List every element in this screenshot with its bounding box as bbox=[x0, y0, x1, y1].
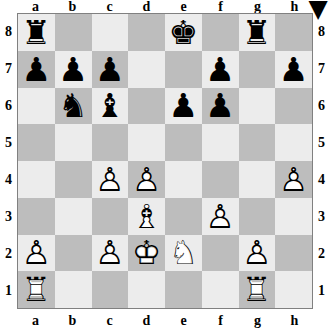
rank-label-left-4: 4 bbox=[0, 161, 17, 198]
black-pawn: ♟ bbox=[18, 51, 55, 88]
piece-outline: ♙ bbox=[239, 235, 276, 272]
square-e2[interactable]: ♞♘ bbox=[165, 235, 202, 272]
piece-outline: ♙ bbox=[18, 235, 55, 272]
piece-outline: ♙ bbox=[92, 235, 129, 272]
file-label-top-d: d bbox=[128, 0, 165, 13]
square-b2[interactable] bbox=[55, 235, 92, 272]
black-pawn: ♟ bbox=[202, 51, 239, 88]
square-g8[interactable]: ♜ bbox=[239, 14, 276, 51]
square-c4[interactable]: ♟♙ bbox=[92, 161, 129, 198]
piece-outline: ♖ bbox=[18, 271, 55, 308]
file-label-bottom-c: c bbox=[91, 310, 128, 330]
white-king: ♚♔ bbox=[128, 235, 165, 272]
file-label-top-e: e bbox=[165, 0, 202, 13]
file-label-bottom-a: a bbox=[17, 310, 54, 330]
file-label-top-b: b bbox=[54, 0, 91, 13]
file-label-bottom-b: b bbox=[54, 310, 91, 330]
piece-glyph: ♚ bbox=[165, 14, 202, 51]
square-b4[interactable] bbox=[55, 161, 92, 198]
square-e1[interactable] bbox=[165, 271, 202, 308]
rank-label-left-8: 8 bbox=[0, 13, 17, 50]
white-pawn: ♟♙ bbox=[275, 161, 312, 198]
square-d7[interactable] bbox=[128, 51, 165, 88]
square-g6[interactable] bbox=[239, 88, 276, 125]
square-h4[interactable]: ♟♙ bbox=[275, 161, 312, 198]
piece-outline: ♔ bbox=[128, 235, 165, 272]
rank-label-left-6: 6 bbox=[0, 87, 17, 124]
piece-glyph: ♟ bbox=[92, 51, 129, 88]
square-c8[interactable] bbox=[92, 14, 129, 51]
square-h1[interactable] bbox=[275, 271, 312, 308]
square-c1[interactable] bbox=[92, 271, 129, 308]
file-label-bottom-e: e bbox=[165, 310, 202, 330]
square-e3[interactable] bbox=[165, 198, 202, 235]
square-f7[interactable]: ♟ bbox=[202, 51, 239, 88]
square-d4[interactable]: ♟♙ bbox=[128, 161, 165, 198]
square-a6[interactable] bbox=[18, 88, 55, 125]
piece-outline: ♗ bbox=[128, 198, 165, 235]
square-h7[interactable]: ♟ bbox=[275, 51, 312, 88]
square-g3[interactable] bbox=[239, 198, 276, 235]
square-f3[interactable]: ♟♙ bbox=[202, 198, 239, 235]
file-label-top-c: c bbox=[91, 0, 128, 13]
square-a1[interactable]: ♜♖ bbox=[18, 271, 55, 308]
black-rook: ♜ bbox=[239, 14, 276, 51]
rank-label-left-7: 7 bbox=[0, 50, 17, 87]
square-g7[interactable] bbox=[239, 51, 276, 88]
rank-labels-right: 87654321 bbox=[313, 13, 330, 309]
black-pawn: ♟ bbox=[165, 88, 202, 125]
piece-outline: ♘ bbox=[165, 235, 202, 272]
square-e8[interactable]: ♚ bbox=[165, 14, 202, 51]
square-f8[interactable] bbox=[202, 14, 239, 51]
file-label-bottom-h: h bbox=[276, 310, 313, 330]
file-label-top-g: g bbox=[239, 0, 276, 13]
piece-glyph: ♜ bbox=[239, 14, 276, 51]
chess-board: ♜♚♜♟♟♟♟♟♞♝♟♟♟♙♟♙♟♙♝♗♟♙♟♙♟♙♚♔♞♘♟♙♜♖♜♖ bbox=[17, 13, 313, 309]
rank-label-right-7: 7 bbox=[313, 50, 330, 87]
square-g2[interactable]: ♟♙ bbox=[239, 235, 276, 272]
white-pawn: ♟♙ bbox=[239, 235, 276, 272]
square-g5[interactable] bbox=[239, 124, 276, 161]
rank-label-right-5: 5 bbox=[313, 124, 330, 161]
black-pawn: ♟ bbox=[92, 51, 129, 88]
rank-label-left-1: 1 bbox=[0, 272, 17, 309]
file-label-bottom-g: g bbox=[239, 310, 276, 330]
square-f6[interactable]: ♟ bbox=[202, 88, 239, 125]
piece-outline: ♙ bbox=[275, 161, 312, 198]
white-bishop: ♝♗ bbox=[128, 198, 165, 235]
square-d3[interactable]: ♝♗ bbox=[128, 198, 165, 235]
white-pawn: ♟♙ bbox=[128, 161, 165, 198]
white-pawn: ♟♙ bbox=[92, 161, 129, 198]
square-e5[interactable] bbox=[165, 124, 202, 161]
square-a4[interactable] bbox=[18, 161, 55, 198]
black-bishop: ♝ bbox=[92, 88, 129, 125]
piece-glyph: ♟ bbox=[18, 51, 55, 88]
rank-label-left-2: 2 bbox=[0, 235, 17, 272]
rank-label-right-1: 1 bbox=[313, 272, 330, 309]
rank-label-left-5: 5 bbox=[0, 124, 17, 161]
square-c2[interactable]: ♟♙ bbox=[92, 235, 129, 272]
file-labels-bottom: abcdefgh bbox=[17, 310, 313, 330]
square-c7[interactable]: ♟ bbox=[92, 51, 129, 88]
square-f1[interactable] bbox=[202, 271, 239, 308]
black-pawn: ♟ bbox=[202, 88, 239, 125]
piece-outline: ♙ bbox=[202, 198, 239, 235]
rank-label-right-6: 6 bbox=[313, 87, 330, 124]
black-to-move-icon: ▼ bbox=[306, 0, 330, 21]
square-a3[interactable] bbox=[18, 198, 55, 235]
square-f5[interactable] bbox=[202, 124, 239, 161]
piece-glyph: ♟ bbox=[275, 51, 312, 88]
square-f2[interactable] bbox=[202, 235, 239, 272]
square-e6[interactable]: ♟ bbox=[165, 88, 202, 125]
rank-label-right-4: 4 bbox=[313, 161, 330, 198]
square-b3[interactable] bbox=[55, 198, 92, 235]
square-a7[interactable]: ♟ bbox=[18, 51, 55, 88]
square-g1[interactable]: ♜♖ bbox=[239, 271, 276, 308]
square-c6[interactable]: ♝ bbox=[92, 88, 129, 125]
square-d6[interactable] bbox=[128, 88, 165, 125]
square-g4[interactable] bbox=[239, 161, 276, 198]
white-pawn: ♟♙ bbox=[18, 235, 55, 272]
piece-outline: ♙ bbox=[128, 161, 165, 198]
square-c3[interactable] bbox=[92, 198, 129, 235]
piece-glyph: ♟ bbox=[202, 88, 239, 125]
piece-glyph: ♟ bbox=[202, 51, 239, 88]
square-d8[interactable] bbox=[128, 14, 165, 51]
black-rook: ♜ bbox=[18, 14, 55, 51]
square-d2[interactable]: ♚♔ bbox=[128, 235, 165, 272]
piece-glyph: ♟ bbox=[55, 51, 92, 88]
piece-outline: ♖ bbox=[239, 271, 276, 308]
square-h5[interactable] bbox=[275, 124, 312, 161]
black-pawn: ♟ bbox=[55, 51, 92, 88]
square-e7[interactable] bbox=[165, 51, 202, 88]
black-knight: ♞ bbox=[55, 88, 92, 125]
file-labels-top: abcdefgh bbox=[17, 0, 313, 13]
white-rook: ♜♖ bbox=[239, 271, 276, 308]
white-pawn: ♟♙ bbox=[202, 198, 239, 235]
square-h3[interactable] bbox=[275, 198, 312, 235]
piece-glyph: ♟ bbox=[165, 88, 202, 125]
square-h2[interactable] bbox=[275, 235, 312, 272]
white-pawn: ♟♙ bbox=[92, 235, 129, 272]
square-a5[interactable] bbox=[18, 124, 55, 161]
file-label-top-a: a bbox=[17, 0, 54, 13]
chess-diagram: abcdefgh 87654321 ♜♚♜♟♟♟♟♟♞♝♟♟♟♙♟♙♟♙♝♗♟♙… bbox=[0, 0, 330, 330]
square-f4[interactable] bbox=[202, 161, 239, 198]
square-e4[interactable] bbox=[165, 161, 202, 198]
square-b6[interactable]: ♞ bbox=[55, 88, 92, 125]
square-a2[interactable]: ♟♙ bbox=[18, 235, 55, 272]
file-label-top-f: f bbox=[202, 0, 239, 13]
square-h6[interactable] bbox=[275, 88, 312, 125]
rank-label-right-2: 2 bbox=[313, 235, 330, 272]
rank-label-left-3: 3 bbox=[0, 198, 17, 235]
square-c5[interactable] bbox=[92, 124, 129, 161]
white-rook: ♜♖ bbox=[18, 271, 55, 308]
white-knight: ♞♘ bbox=[165, 235, 202, 272]
file-label-bottom-d: d bbox=[128, 310, 165, 330]
square-d5[interactable] bbox=[128, 124, 165, 161]
piece-glyph: ♝ bbox=[92, 88, 129, 125]
square-d1[interactable] bbox=[128, 271, 165, 308]
black-king: ♚ bbox=[165, 14, 202, 51]
rank-label-right-3: 3 bbox=[313, 198, 330, 235]
square-b5[interactable] bbox=[55, 124, 92, 161]
piece-outline: ♙ bbox=[92, 161, 129, 198]
rank-labels-left: 87654321 bbox=[0, 13, 17, 309]
black-pawn: ♟ bbox=[275, 51, 312, 88]
square-b1[interactable] bbox=[55, 271, 92, 308]
square-b7[interactable]: ♟ bbox=[55, 51, 92, 88]
file-label-bottom-f: f bbox=[202, 310, 239, 330]
square-b8[interactable] bbox=[55, 14, 92, 51]
square-a8[interactable]: ♜ bbox=[18, 14, 55, 51]
piece-glyph: ♞ bbox=[55, 88, 92, 125]
piece-glyph: ♜ bbox=[18, 14, 55, 51]
